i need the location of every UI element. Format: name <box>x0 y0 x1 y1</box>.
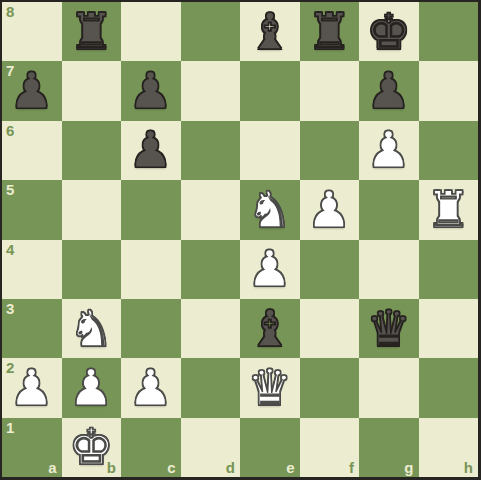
square-h4[interactable] <box>419 240 479 299</box>
piece-white-pawn-b2[interactable]: ♟ <box>69 359 114 417</box>
square-d4[interactable] <box>181 240 241 299</box>
square-d6[interactable] <box>181 121 241 180</box>
piece-white-pawn-f5[interactable]: ♟ <box>307 181 352 239</box>
coord-file-h: h <box>464 459 473 476</box>
square-e3[interactable]: ♝ <box>240 299 300 358</box>
piece-white-king-b1[interactable]: ♚ <box>69 418 114 476</box>
square-b8[interactable]: ♜ <box>62 2 122 61</box>
square-c7[interactable]: ♟ <box>121 61 181 120</box>
square-c8[interactable] <box>121 2 181 61</box>
coord-file-c: c <box>167 459 175 476</box>
square-a2[interactable]: 2♟ <box>2 358 62 417</box>
piece-white-pawn-g6[interactable]: ♟ <box>366 121 411 179</box>
square-g3[interactable]: ♛ <box>359 299 419 358</box>
square-d7[interactable] <box>181 61 241 120</box>
piece-black-pawn-a7[interactable]: ♟ <box>9 62 54 120</box>
square-e1[interactable]: e <box>240 418 300 477</box>
square-c6[interactable]: ♟ <box>121 121 181 180</box>
piece-black-rook-b8[interactable]: ♜ <box>69 3 114 61</box>
piece-white-rook-h5[interactable]: ♜ <box>426 181 471 239</box>
square-e4[interactable]: ♟ <box>240 240 300 299</box>
coord-file-a: a <box>48 459 56 476</box>
square-g8[interactable]: ♚ <box>359 2 419 61</box>
piece-black-rook-f8[interactable]: ♜ <box>307 3 352 61</box>
piece-white-knight-e5[interactable]: ♞ <box>247 181 292 239</box>
coord-file-f: f <box>349 459 354 476</box>
piece-white-queen-e2[interactable]: ♛ <box>247 359 292 417</box>
piece-black-bishop-e3[interactable]: ♝ <box>247 300 292 358</box>
piece-white-pawn-a2[interactable]: ♟ <box>9 359 54 417</box>
square-b4[interactable] <box>62 240 122 299</box>
square-d3[interactable] <box>181 299 241 358</box>
square-b1[interactable]: b♚ <box>62 418 122 477</box>
square-h7[interactable] <box>419 61 479 120</box>
square-h6[interactable] <box>419 121 479 180</box>
square-g7[interactable]: ♟ <box>359 61 419 120</box>
piece-white-pawn-e4[interactable]: ♟ <box>247 240 292 298</box>
coord-file-d: d <box>226 459 235 476</box>
coord-rank-6: 6 <box>6 122 14 139</box>
square-h3[interactable] <box>419 299 479 358</box>
square-f8[interactable]: ♜ <box>300 2 360 61</box>
square-e5[interactable]: ♞ <box>240 180 300 239</box>
coord-file-e: e <box>286 459 294 476</box>
square-g5[interactable] <box>359 180 419 239</box>
square-a6[interactable]: 6 <box>2 121 62 180</box>
coord-rank-4: 4 <box>6 241 14 258</box>
square-f5[interactable]: ♟ <box>300 180 360 239</box>
square-c2[interactable]: ♟ <box>121 358 181 417</box>
piece-black-queen-g3[interactable]: ♛ <box>366 300 411 358</box>
square-h1[interactable]: h <box>419 418 479 477</box>
square-c4[interactable] <box>121 240 181 299</box>
square-a8[interactable]: 8 <box>2 2 62 61</box>
square-b5[interactable] <box>62 180 122 239</box>
coord-rank-1: 1 <box>6 419 14 436</box>
square-f1[interactable]: f <box>300 418 360 477</box>
square-b3[interactable]: ♞ <box>62 299 122 358</box>
square-d2[interactable] <box>181 358 241 417</box>
square-g2[interactable] <box>359 358 419 417</box>
piece-black-bishop-e8[interactable]: ♝ <box>247 3 292 61</box>
square-e6[interactable] <box>240 121 300 180</box>
square-a3[interactable]: 3 <box>2 299 62 358</box>
piece-black-king-g8[interactable]: ♚ <box>366 3 411 61</box>
square-g4[interactable] <box>359 240 419 299</box>
square-f7[interactable] <box>300 61 360 120</box>
square-g6[interactable]: ♟ <box>359 121 419 180</box>
square-g1[interactable]: g <box>359 418 419 477</box>
piece-white-pawn-c2[interactable]: ♟ <box>128 359 173 417</box>
piece-black-pawn-c7[interactable]: ♟ <box>128 62 173 120</box>
square-c1[interactable]: c <box>121 418 181 477</box>
coord-rank-3: 3 <box>6 300 14 317</box>
coord-rank-8: 8 <box>6 3 14 20</box>
piece-black-pawn-c6[interactable]: ♟ <box>128 121 173 179</box>
square-h5[interactable]: ♜ <box>419 180 479 239</box>
square-a5[interactable]: 5 <box>2 180 62 239</box>
square-a4[interactable]: 4 <box>2 240 62 299</box>
square-a7[interactable]: 7♟ <box>2 61 62 120</box>
coord-file-g: g <box>404 459 413 476</box>
piece-white-knight-b3[interactable]: ♞ <box>69 300 114 358</box>
square-d5[interactable] <box>181 180 241 239</box>
square-f4[interactable] <box>300 240 360 299</box>
square-d1[interactable]: d <box>181 418 241 477</box>
square-h2[interactable] <box>419 358 479 417</box>
square-f3[interactable] <box>300 299 360 358</box>
square-b2[interactable]: ♟ <box>62 358 122 417</box>
coord-rank-5: 5 <box>6 181 14 198</box>
square-a1[interactable]: 1a <box>2 418 62 477</box>
square-e2[interactable]: ♛ <box>240 358 300 417</box>
square-c3[interactable] <box>121 299 181 358</box>
square-f2[interactable] <box>300 358 360 417</box>
square-b6[interactable] <box>62 121 122 180</box>
board-frame: 8♜♝♜♚7♟♟♟6♟♟5♞♟♜4♟3♞♝♛2♟♟♟♛1ab♚cdefgh <box>0 0 481 480</box>
square-h8[interactable] <box>419 2 479 61</box>
square-e8[interactable]: ♝ <box>240 2 300 61</box>
square-c5[interactable] <box>121 180 181 239</box>
piece-black-pawn-g7[interactable]: ♟ <box>366 62 411 120</box>
square-b7[interactable] <box>62 61 122 120</box>
chess-board: 8♜♝♜♚7♟♟♟6♟♟5♞♟♜4♟3♞♝♛2♟♟♟♛1ab♚cdefgh <box>2 2 478 477</box>
square-d8[interactable] <box>181 2 241 61</box>
square-e7[interactable] <box>240 61 300 120</box>
square-f6[interactable] <box>300 121 360 180</box>
